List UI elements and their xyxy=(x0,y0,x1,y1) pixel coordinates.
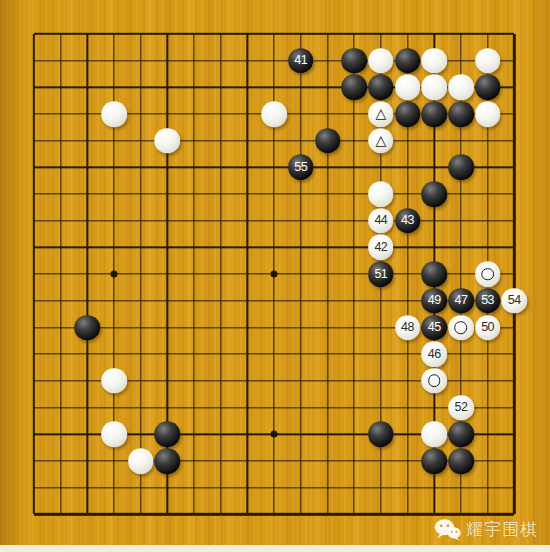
grid-line-vertical xyxy=(167,181,168,208)
grid-line-vertical xyxy=(380,501,381,514)
grid-line-vertical xyxy=(113,181,114,208)
intersection xyxy=(341,448,368,475)
grid-line-vertical xyxy=(487,368,488,395)
move-number-label: 51 xyxy=(374,268,387,281)
intersection xyxy=(394,474,421,501)
grid-line-vertical xyxy=(407,394,408,421)
grid-line-vertical xyxy=(327,368,328,395)
intersection xyxy=(448,74,475,101)
grid-line-vertical xyxy=(113,47,114,74)
intersection xyxy=(341,287,368,314)
grid-line-vertical xyxy=(434,501,435,514)
grid-line-vertical xyxy=(247,394,248,421)
intersection xyxy=(501,47,528,74)
grid-line-vertical xyxy=(247,101,248,128)
grid-line-vertical xyxy=(33,368,35,395)
grid-line-vertical xyxy=(60,34,61,47)
intersection xyxy=(394,421,421,448)
intersection xyxy=(501,234,528,261)
grid-line-vertical xyxy=(354,368,355,395)
grid-line-vertical xyxy=(140,368,141,395)
grid-line-vertical xyxy=(327,261,328,288)
black-stone xyxy=(448,448,474,474)
grid-line-vertical xyxy=(247,314,248,341)
intersection xyxy=(448,101,475,128)
grid-line-horizontal xyxy=(34,220,47,221)
intersection xyxy=(181,287,208,314)
grid-line-vertical xyxy=(434,474,435,501)
grid-line-vertical xyxy=(220,74,221,101)
grid-line-vertical xyxy=(300,34,301,47)
grid-line-horizontal xyxy=(34,407,47,408)
intersection xyxy=(474,181,501,208)
triangle-mark: △ xyxy=(375,133,386,147)
intersection xyxy=(154,207,181,234)
white-stone: △ xyxy=(368,101,394,127)
intersection xyxy=(154,341,181,368)
grid-line-vertical xyxy=(220,368,221,395)
grid-line-vertical xyxy=(487,341,488,368)
grid-line-vertical xyxy=(354,207,355,234)
intersection xyxy=(127,127,154,154)
triangle-mark: △ xyxy=(375,107,386,121)
intersection xyxy=(181,74,208,101)
grid-line-vertical xyxy=(354,501,355,514)
intersection xyxy=(314,394,341,421)
intersection xyxy=(21,261,48,288)
grid-line-vertical xyxy=(113,74,114,101)
intersection xyxy=(154,181,181,208)
black-stone xyxy=(448,101,474,127)
intersection xyxy=(261,127,288,154)
intersection xyxy=(74,181,101,208)
intersection xyxy=(207,421,234,448)
intersection xyxy=(21,21,48,48)
intersection xyxy=(74,74,101,101)
intersection: 54 xyxy=(501,287,528,314)
intersection: 44 xyxy=(368,207,395,234)
grid-line-vertical xyxy=(87,421,88,448)
intersection xyxy=(154,21,181,48)
intersection xyxy=(207,261,234,288)
grid-line-vertical xyxy=(87,341,88,368)
grid-line-vertical xyxy=(193,341,194,368)
grid-line-vertical xyxy=(487,154,488,181)
move-number-label: 52 xyxy=(454,401,467,414)
go-board: 41△△5544434251494753544845504652 xyxy=(21,21,528,528)
grid-line-vertical xyxy=(140,34,141,47)
intersection xyxy=(74,421,101,448)
grid-line-vertical xyxy=(434,394,435,421)
intersection xyxy=(287,181,314,208)
grid-line-vertical xyxy=(220,101,221,128)
intersection xyxy=(394,448,421,475)
intersection xyxy=(181,154,208,181)
grid-line-vertical xyxy=(247,234,248,261)
intersection xyxy=(474,368,501,395)
grid-line-horizontal xyxy=(34,247,47,248)
grid-line-vertical xyxy=(300,314,301,341)
grid-line-vertical xyxy=(220,127,221,154)
black-stone: 47 xyxy=(448,288,474,314)
grid-line-vertical xyxy=(33,47,35,74)
grid-line-vertical xyxy=(247,368,248,395)
grid-line-vertical xyxy=(220,261,221,288)
grid-line-vertical xyxy=(113,34,114,47)
grid-line-vertical xyxy=(273,181,274,208)
intersection xyxy=(501,101,528,128)
black-stone xyxy=(448,421,474,447)
grid-line-vertical xyxy=(460,474,461,501)
move-number-label: 50 xyxy=(481,321,494,334)
intersection xyxy=(101,501,128,528)
grid-line-vertical xyxy=(407,421,408,448)
intersection: 52 xyxy=(448,394,475,421)
intersection xyxy=(341,74,368,101)
grid-line-vertical xyxy=(33,474,35,501)
intersection xyxy=(394,287,421,314)
black-stone xyxy=(475,75,501,101)
intersection xyxy=(47,181,74,208)
intersection xyxy=(74,501,101,528)
grid-line-vertical xyxy=(167,74,168,101)
intersection xyxy=(101,127,128,154)
intersection xyxy=(21,501,48,528)
intersection xyxy=(394,341,421,368)
intersection xyxy=(101,421,128,448)
grid-line-vertical xyxy=(193,287,194,314)
intersection: 50 xyxy=(474,314,501,341)
grid-line-vertical xyxy=(33,207,35,234)
grid-line-vertical xyxy=(193,368,194,395)
grid-line-vertical xyxy=(513,234,515,261)
intersection xyxy=(341,154,368,181)
grid-line-vertical xyxy=(300,368,301,395)
intersection xyxy=(101,287,128,314)
move-number-label: 49 xyxy=(428,295,441,308)
grid-line-vertical xyxy=(140,101,141,128)
black-stone xyxy=(421,101,447,127)
intersection xyxy=(421,394,448,421)
grid-line-vertical xyxy=(60,261,61,288)
grid-line-vertical xyxy=(247,154,248,181)
black-stone xyxy=(341,75,367,101)
black-stone: 49 xyxy=(421,288,447,314)
intersection xyxy=(501,127,528,154)
intersection xyxy=(127,474,154,501)
white-stone xyxy=(421,368,447,394)
black-stone xyxy=(155,448,181,474)
intersection xyxy=(101,261,128,288)
grid-line-vertical xyxy=(87,394,88,421)
intersection xyxy=(448,47,475,74)
intersection xyxy=(74,368,101,395)
intersection xyxy=(287,207,314,234)
intersection xyxy=(448,341,475,368)
intersection xyxy=(314,127,341,154)
intersection xyxy=(448,207,475,234)
grid-line-vertical xyxy=(220,314,221,341)
intersection xyxy=(181,448,208,475)
intersection xyxy=(127,181,154,208)
black-stone xyxy=(75,315,101,341)
intersection xyxy=(207,47,234,74)
intersection xyxy=(207,501,234,528)
grid-line-vertical xyxy=(247,287,248,314)
intersection xyxy=(21,47,48,74)
grid-line-vertical xyxy=(140,501,141,514)
intersection xyxy=(421,261,448,288)
grid-line-vertical xyxy=(113,341,114,368)
intersection xyxy=(421,474,448,501)
intersection xyxy=(207,368,234,395)
grid-line-vertical xyxy=(60,47,61,74)
grid-line-vertical xyxy=(193,127,194,154)
intersection xyxy=(74,394,101,421)
intersection xyxy=(154,448,181,475)
intersection xyxy=(314,421,341,448)
grid-line-vertical xyxy=(33,127,35,154)
grid-line-vertical xyxy=(380,287,381,314)
grid-line-vertical xyxy=(33,101,35,128)
grid-line-vertical xyxy=(380,341,381,368)
intersection xyxy=(207,154,234,181)
grid-line-vertical xyxy=(434,207,435,234)
grid-line-vertical xyxy=(513,47,515,74)
intersection xyxy=(314,47,341,74)
grid-line-vertical xyxy=(167,501,168,514)
grid-line-vertical xyxy=(513,34,515,47)
intersection xyxy=(474,47,501,74)
white-stone xyxy=(475,101,501,127)
grid-line-vertical xyxy=(407,448,408,475)
intersection xyxy=(127,421,154,448)
grid-line-vertical xyxy=(513,127,515,154)
grid-line-vertical xyxy=(327,421,328,448)
white-stone xyxy=(421,421,447,447)
grid-line-vertical xyxy=(273,394,274,421)
grid-line-horizontal xyxy=(34,273,47,274)
intersection xyxy=(394,368,421,395)
grid-line-vertical xyxy=(460,234,461,261)
intersection xyxy=(21,368,48,395)
grid-line-vertical xyxy=(60,368,61,395)
grid-line-vertical xyxy=(33,287,35,314)
intersection xyxy=(47,314,74,341)
intersection xyxy=(314,101,341,128)
intersection: 41 xyxy=(287,47,314,74)
intersection xyxy=(501,21,528,48)
intersection xyxy=(394,74,421,101)
intersection xyxy=(207,394,234,421)
grid-line-vertical xyxy=(87,501,88,514)
grid-line-vertical xyxy=(33,261,35,288)
intersection xyxy=(287,21,314,48)
grid-line-vertical xyxy=(60,287,61,314)
intersection xyxy=(127,47,154,74)
intersection xyxy=(21,154,48,181)
intersection xyxy=(261,501,288,528)
grid-line-vertical xyxy=(460,47,461,74)
move-number-label: 43 xyxy=(401,215,414,228)
intersection xyxy=(21,474,48,501)
grid-line-vertical xyxy=(327,448,328,475)
intersection xyxy=(234,474,261,501)
grid-line-vertical xyxy=(273,368,274,395)
intersection xyxy=(101,474,128,501)
grid-line-vertical xyxy=(60,314,61,341)
intersection xyxy=(474,448,501,475)
watermark-logo: 耀宇围棋 xyxy=(434,518,538,541)
grid-line-vertical xyxy=(220,181,221,208)
intersection xyxy=(421,21,448,48)
grid-line-vertical xyxy=(193,101,194,128)
intersection xyxy=(448,21,475,48)
bottom-strip xyxy=(0,545,550,552)
grid-line-vertical xyxy=(273,287,274,314)
grid-line-vertical xyxy=(167,101,168,128)
grid-line-vertical xyxy=(193,34,194,47)
intersection xyxy=(341,314,368,341)
intersection xyxy=(234,341,261,368)
grid-line-vertical xyxy=(220,501,221,514)
intersection xyxy=(47,154,74,181)
grid-line-vertical xyxy=(193,181,194,208)
white-stone: 46 xyxy=(421,341,447,367)
grid-line-vertical xyxy=(193,261,194,288)
move-number-label: 44 xyxy=(374,215,387,228)
grid-line-vertical xyxy=(380,34,381,47)
intersection xyxy=(287,394,314,421)
intersection xyxy=(74,234,101,261)
intersection xyxy=(74,448,101,475)
move-number-label: 41 xyxy=(294,54,307,67)
intersection xyxy=(74,314,101,341)
grid-line-vertical xyxy=(407,368,408,395)
intersection xyxy=(421,154,448,181)
intersection xyxy=(74,261,101,288)
grid-line-vertical xyxy=(60,207,61,234)
intersection xyxy=(21,448,48,475)
grid-line-vertical xyxy=(33,34,35,47)
intersection xyxy=(234,448,261,475)
intersection xyxy=(127,74,154,101)
grid-line-vertical xyxy=(407,287,408,314)
grid-line-vertical xyxy=(354,127,355,154)
intersection xyxy=(368,368,395,395)
intersection xyxy=(47,127,74,154)
white-stone xyxy=(448,75,474,101)
intersection xyxy=(207,181,234,208)
grid-line-vertical xyxy=(513,501,515,514)
intersection xyxy=(74,47,101,74)
grid-line-horizontal xyxy=(34,167,47,168)
grid-line-vertical xyxy=(407,474,408,501)
grid-line-horizontal xyxy=(34,460,47,461)
grid-line-vertical xyxy=(273,154,274,181)
grid-line-vertical xyxy=(33,394,35,421)
grid-line-horizontal xyxy=(34,113,47,114)
intersection xyxy=(314,448,341,475)
intersection xyxy=(501,448,528,475)
grid-line-vertical xyxy=(113,474,114,501)
grid-line-horizontal xyxy=(34,60,47,61)
grid-line-vertical xyxy=(327,234,328,261)
intersection xyxy=(154,314,181,341)
intersection xyxy=(47,74,74,101)
black-stone: 41 xyxy=(288,48,314,74)
intersection xyxy=(207,207,234,234)
grid-line-vertical xyxy=(273,234,274,261)
intersection xyxy=(314,74,341,101)
grid-line-vertical xyxy=(513,154,515,181)
grid-line-vertical xyxy=(193,314,194,341)
intersection xyxy=(474,101,501,128)
grid-line-vertical xyxy=(247,127,248,154)
intersection xyxy=(181,421,208,448)
grid-line-vertical xyxy=(460,341,461,368)
grid-line-vertical xyxy=(60,448,61,475)
intersection xyxy=(154,394,181,421)
grid-line-vertical xyxy=(327,47,328,74)
grid-line-vertical xyxy=(193,448,194,475)
intersection xyxy=(421,421,448,448)
grid-line-vertical xyxy=(513,341,515,368)
grid-line-vertical xyxy=(513,101,515,128)
intersection xyxy=(341,234,368,261)
move-number-label: 53 xyxy=(481,295,494,308)
grid-line-vertical xyxy=(113,234,114,261)
intersection xyxy=(181,181,208,208)
intersection xyxy=(181,314,208,341)
grid-line-vertical xyxy=(140,474,141,501)
intersection xyxy=(234,47,261,74)
star-point xyxy=(271,271,278,278)
grid-line-vertical xyxy=(247,47,248,74)
intersection xyxy=(101,21,128,48)
intersection xyxy=(234,234,261,261)
move-number-label: 45 xyxy=(428,321,441,334)
intersection xyxy=(154,287,181,314)
intersection xyxy=(394,181,421,208)
grid-line-vertical xyxy=(247,501,248,514)
intersection xyxy=(234,74,261,101)
grid-line-vertical xyxy=(300,234,301,261)
white-stone: 50 xyxy=(475,315,501,341)
circle-mark xyxy=(481,268,494,281)
grid-line-vertical xyxy=(60,501,61,514)
intersection xyxy=(207,234,234,261)
intersection xyxy=(474,127,501,154)
intersection: △ xyxy=(368,101,395,128)
intersection xyxy=(448,127,475,154)
grid-line-vertical xyxy=(513,448,515,475)
intersection xyxy=(127,101,154,128)
intersection xyxy=(154,101,181,128)
intersection xyxy=(341,261,368,288)
grid-line-vertical xyxy=(273,501,274,514)
grid-line-vertical xyxy=(487,207,488,234)
intersection xyxy=(341,394,368,421)
white-stone: 52 xyxy=(448,395,474,421)
intersection xyxy=(287,314,314,341)
intersection xyxy=(261,207,288,234)
intersection xyxy=(261,368,288,395)
intersection xyxy=(74,101,101,128)
grid-line-vertical xyxy=(300,181,301,208)
intersection xyxy=(127,154,154,181)
grid-line-vertical xyxy=(247,421,248,448)
